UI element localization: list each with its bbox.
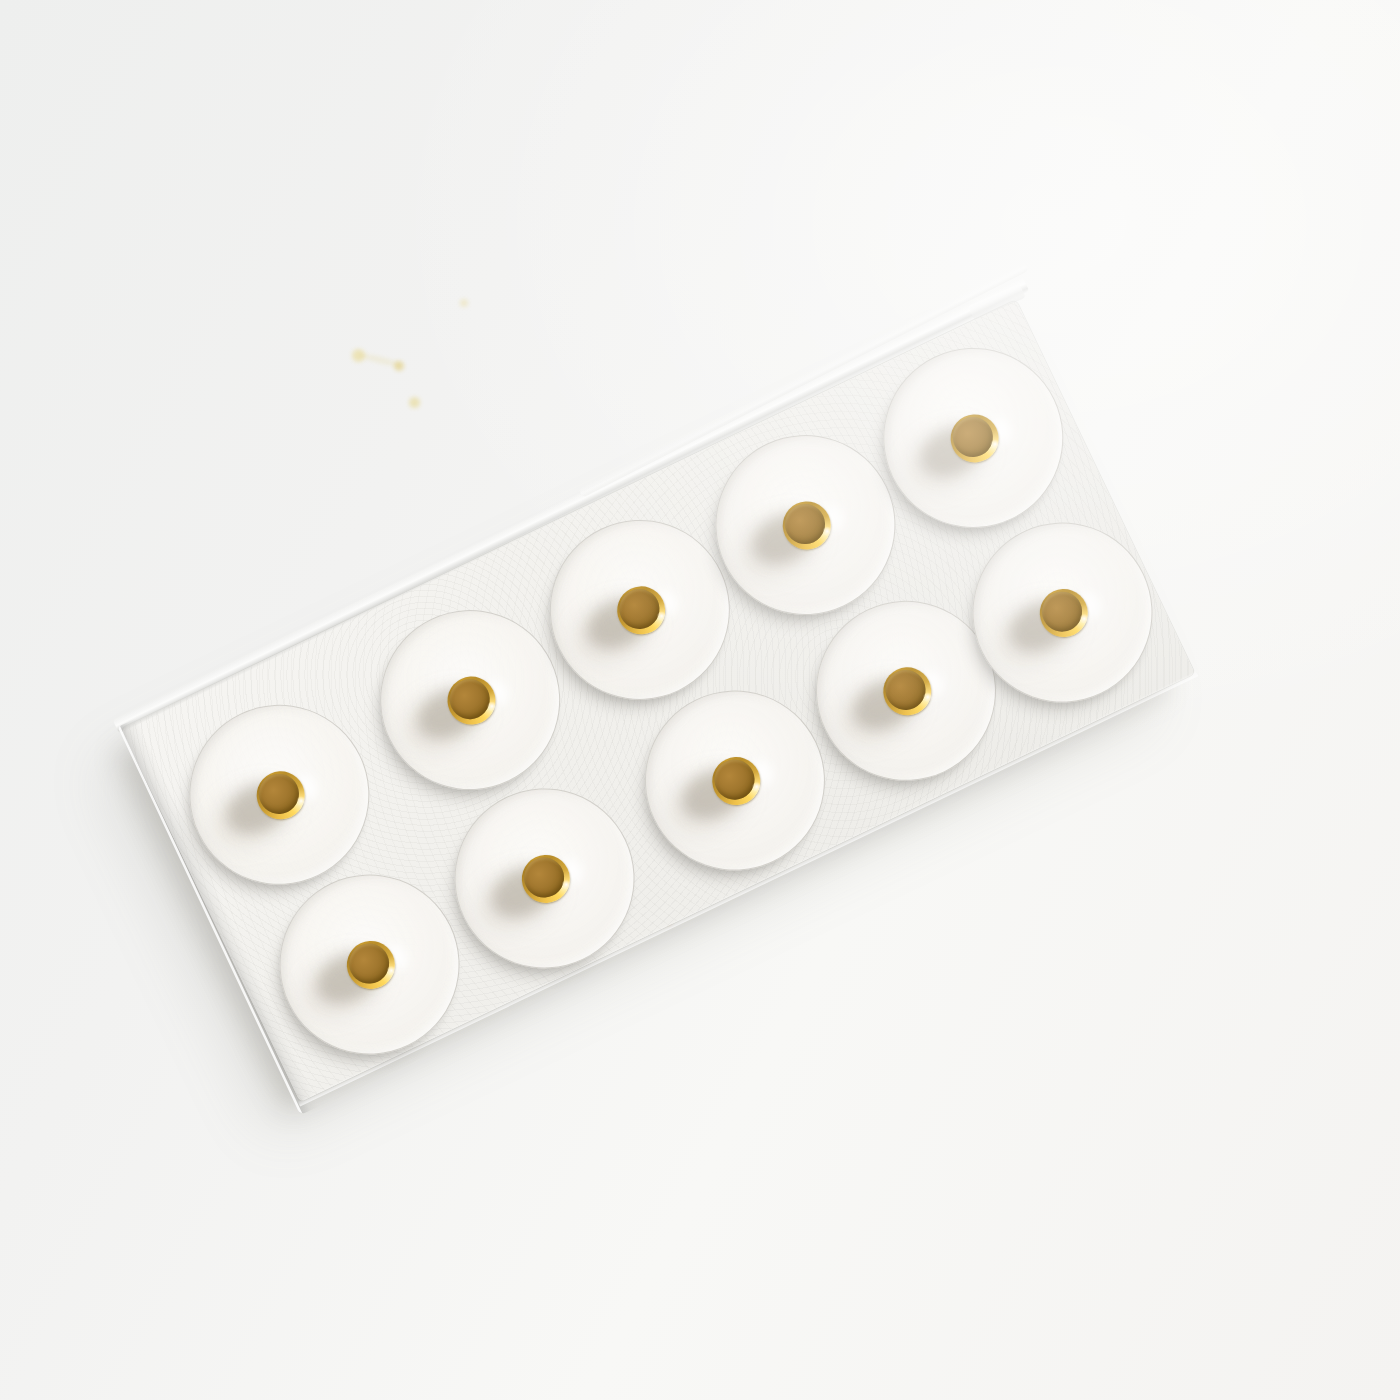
stain-mark [394,361,404,371]
stain-mark [409,397,420,408]
scene [0,0,1400,1400]
stain-mark [460,299,468,307]
